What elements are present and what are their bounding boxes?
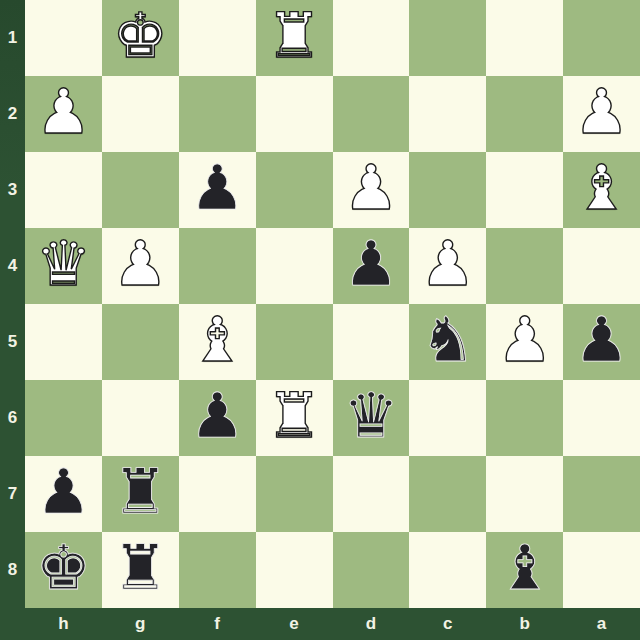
file-labels: hgfedcba [25,608,640,640]
rank-label-6: 6 [0,380,25,456]
square-g7[interactable]: ♜ [102,456,179,532]
square-g8[interactable]: ♜ [102,532,179,608]
square-h7[interactable]: ♟ [25,456,102,532]
black-queen-piece[interactable]: ♛ [343,380,399,454]
board-grid: ♚♜♟♟♟♟♝♛♟♟♟♝♞♟♟♟♜♛♟♜♚♜♝ [25,0,640,608]
square-b5[interactable]: ♟ [486,304,563,380]
square-c5[interactable]: ♞ [409,304,486,380]
square-e3[interactable] [256,152,333,228]
square-h6[interactable] [25,380,102,456]
white-pawn-piece[interactable]: ♟ [574,76,630,150]
file-label-e: e [256,608,333,640]
square-e1[interactable]: ♜ [256,0,333,76]
square-f4[interactable] [179,228,256,304]
white-queen-piece[interactable]: ♛ [36,228,92,302]
square-g6[interactable] [102,380,179,456]
square-e2[interactable] [256,76,333,152]
rank-label-7: 7 [0,456,25,532]
black-rook-piece[interactable]: ♜ [113,532,169,606]
square-e6[interactable]: ♜ [256,380,333,456]
square-d8[interactable] [333,532,410,608]
square-a3[interactable]: ♝ [563,152,640,228]
chess-board-app: 12345678 ♚♜♟♟♟♟♝♛♟♟♟♝♞♟♟♟♜♛♟♜♚♜♝ hgfedcb… [0,0,640,640]
black-king-piece[interactable]: ♚ [36,532,92,606]
square-h1[interactable] [25,0,102,76]
square-e7[interactable] [256,456,333,532]
black-bishop-piece[interactable]: ♝ [497,532,553,606]
white-pawn-piece[interactable]: ♟ [36,76,92,150]
square-b1[interactable] [486,0,563,76]
square-c4[interactable]: ♟ [409,228,486,304]
square-c1[interactable] [409,0,486,76]
white-pawn-piece[interactable]: ♟ [497,304,553,378]
square-f1[interactable] [179,0,256,76]
square-a1[interactable] [563,0,640,76]
black-pawn-piece[interactable]: ♟ [189,380,245,454]
white-king-piece[interactable]: ♚ [113,0,169,74]
file-label-d: d [333,608,410,640]
square-f6[interactable]: ♟ [179,380,256,456]
black-rook-piece[interactable]: ♜ [113,456,169,530]
white-pawn-piece[interactable]: ♟ [343,152,399,226]
square-g5[interactable] [102,304,179,380]
square-g2[interactable] [102,76,179,152]
rank-labels: 12345678 [0,0,25,608]
square-b2[interactable] [486,76,563,152]
square-a6[interactable] [563,380,640,456]
file-label-c: c [409,608,486,640]
rank-label-2: 2 [0,76,25,152]
square-a2[interactable]: ♟ [563,76,640,152]
square-g3[interactable] [102,152,179,228]
square-b6[interactable] [486,380,563,456]
file-label-b: b [486,608,563,640]
black-pawn-piece[interactable]: ♟ [36,456,92,530]
square-h2[interactable]: ♟ [25,76,102,152]
white-bishop-piece[interactable]: ♝ [574,152,630,226]
square-g1[interactable]: ♚ [102,0,179,76]
square-h5[interactable] [25,304,102,380]
square-h8[interactable]: ♚ [25,532,102,608]
square-a5[interactable]: ♟ [563,304,640,380]
black-pawn-piece[interactable]: ♟ [574,304,630,378]
square-c6[interactable] [409,380,486,456]
square-c3[interactable] [409,152,486,228]
square-h3[interactable] [25,152,102,228]
white-rook-piece[interactable]: ♜ [266,380,322,454]
square-e8[interactable] [256,532,333,608]
rank-label-3: 3 [0,152,25,228]
square-a4[interactable] [563,228,640,304]
square-d1[interactable] [333,0,410,76]
square-d4[interactable]: ♟ [333,228,410,304]
square-f2[interactable] [179,76,256,152]
square-f5[interactable]: ♝ [179,304,256,380]
square-e4[interactable] [256,228,333,304]
board-frame-corner [0,608,25,640]
rank-label-8: 8 [0,532,25,608]
rank-label-1: 1 [0,0,25,76]
square-a7[interactable] [563,456,640,532]
rank-label-4: 4 [0,228,25,304]
square-d6[interactable]: ♛ [333,380,410,456]
square-d5[interactable] [333,304,410,380]
white-pawn-piece[interactable]: ♟ [420,228,476,302]
square-b7[interactable] [486,456,563,532]
square-c7[interactable] [409,456,486,532]
file-label-a: a [563,608,640,640]
black-knight-piece[interactable]: ♞ [420,304,476,378]
square-d2[interactable] [333,76,410,152]
square-f3[interactable]: ♟ [179,152,256,228]
square-g4[interactable]: ♟ [102,228,179,304]
square-f8[interactable] [179,532,256,608]
white-rook-piece[interactable]: ♜ [266,0,322,74]
square-d7[interactable] [333,456,410,532]
white-bishop-piece[interactable]: ♝ [189,304,245,378]
square-b8[interactable]: ♝ [486,532,563,608]
white-pawn-piece[interactable]: ♟ [113,228,169,302]
file-label-g: g [102,608,179,640]
square-b3[interactable] [486,152,563,228]
black-pawn-piece[interactable]: ♟ [343,228,399,302]
file-label-h: h [25,608,102,640]
square-d3[interactable]: ♟ [333,152,410,228]
square-c2[interactable] [409,76,486,152]
file-label-f: f [179,608,256,640]
rank-label-5: 5 [0,304,25,380]
black-pawn-piece[interactable]: ♟ [189,152,245,226]
square-c8[interactable] [409,532,486,608]
square-a8[interactable] [563,532,640,608]
square-f7[interactable] [179,456,256,532]
square-h4[interactable]: ♛ [25,228,102,304]
square-e5[interactable] [256,304,333,380]
square-b4[interactable] [486,228,563,304]
